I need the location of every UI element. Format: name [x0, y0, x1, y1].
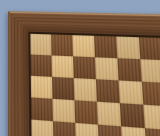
square-e4	[121, 126, 146, 136]
square-b6	[52, 77, 74, 100]
square-e7	[117, 58, 141, 81]
chessboard	[8, 11, 160, 136]
square-f5	[143, 105, 160, 130]
square-c6	[74, 78, 97, 102]
square-b7	[52, 55, 74, 78]
square-d8	[94, 36, 117, 58]
square-a8	[30, 34, 51, 56]
square-c8	[72, 35, 95, 57]
square-d6	[96, 79, 120, 103]
square-f6	[142, 82, 160, 107]
square-a7	[31, 55, 52, 77]
square-a4	[31, 120, 53, 136]
square-d7	[95, 57, 119, 80]
square-f8	[139, 37, 160, 60]
square-e8	[116, 36, 140, 59]
square-e5	[120, 103, 145, 128]
square-b8	[51, 34, 73, 56]
square-e6	[119, 80, 144, 104]
square-c4	[75, 123, 99, 136]
square-c5	[74, 100, 97, 124]
square-c7	[73, 56, 96, 79]
board-playing-area	[28, 32, 160, 136]
square-a5	[31, 97, 53, 121]
square-f7	[140, 59, 160, 83]
square-d5	[97, 102, 121, 127]
square-b5	[53, 99, 76, 123]
square-d4	[98, 125, 123, 136]
square-b4	[53, 121, 76, 136]
square-a6	[31, 76, 53, 99]
squares-grid	[30, 34, 160, 136]
photo-backdrop	[0, 0, 160, 136]
square-f4	[145, 128, 160, 136]
